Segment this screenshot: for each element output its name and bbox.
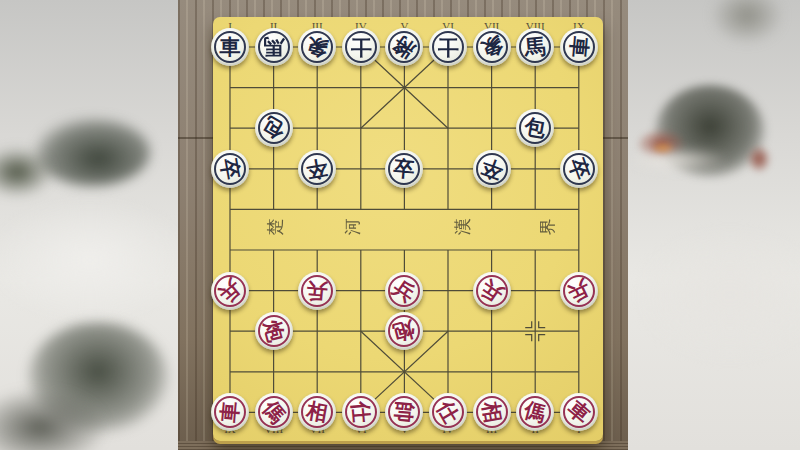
piece-red-soldier[interactable]: 兵	[560, 272, 598, 310]
piece-character: 士	[429, 28, 467, 66]
xiangqi-board[interactable]: IIIIIIIVVVIVIIVIIIIXIXVIIIVIIVIVIVIIIIII…	[213, 17, 603, 441]
piece-red-cannon[interactable]: 炮	[255, 312, 293, 350]
piece-character: 相	[470, 390, 514, 434]
mountain-silhouette	[35, 118, 150, 186]
piece-character: 卒	[295, 147, 339, 191]
piece-black-soldier[interactable]: 卒	[211, 150, 249, 188]
fog-patch	[630, 150, 725, 170]
piece-black-cannon[interactable]: 包	[516, 109, 554, 147]
piece-red-general[interactable]: 帥	[385, 393, 423, 431]
fog-patch	[640, 230, 800, 360]
piece-black-advisor[interactable]: 士	[342, 28, 380, 66]
piece-black-horse[interactable]: 馬	[255, 28, 293, 66]
piece-red-chariot[interactable]: 車	[560, 393, 598, 431]
piece-red-elephant[interactable]: 相	[298, 393, 336, 431]
piece-black-chariot[interactable]: 車	[560, 28, 598, 66]
piece-red-horse[interactable]: 傌	[516, 393, 554, 431]
piece-character: 仕	[340, 392, 381, 433]
piece-red-soldier[interactable]: 兵	[385, 272, 423, 310]
piece-red-soldier[interactable]: 兵	[473, 272, 511, 310]
piece-black-soldier[interactable]: 卒	[298, 150, 336, 188]
piece-black-soldier[interactable]: 卒	[473, 150, 511, 188]
piece-character: 馬	[255, 28, 293, 66]
piece-character: 兵	[297, 270, 338, 311]
river-inscription-char: 漢	[451, 219, 474, 236]
piece-character: 帥	[384, 392, 425, 433]
piece-red-chariot[interactable]: 車	[211, 393, 249, 431]
piece-character: 卒	[208, 147, 252, 191]
piece-character: 包	[513, 106, 557, 150]
tree-silhouette	[712, 0, 782, 43]
piece-black-elephant[interactable]: 象	[298, 28, 336, 66]
fog-patch	[0, 200, 190, 320]
piece-red-soldier[interactable]: 兵	[211, 272, 249, 310]
piece-red-soldier[interactable]: 兵	[298, 272, 336, 310]
piece-character: 車	[558, 26, 599, 67]
piece-black-chariot[interactable]: 車	[211, 28, 249, 66]
piece-black-cannon[interactable]: 包	[255, 109, 293, 147]
piece-red-advisor[interactable]: 仕	[429, 393, 467, 431]
piece-character: 相	[295, 390, 339, 434]
piece-red-elephant[interactable]: 相	[473, 393, 511, 431]
piece-red-horse[interactable]: 傌	[255, 393, 293, 431]
screenshot-stage: IIIIIIIVVVIVIIVIIIIXIXVIIIVIIVIVIVIIIIII…	[0, 0, 800, 450]
piece-black-advisor[interactable]: 士	[429, 28, 467, 66]
piece-black-soldier[interactable]: 卒	[385, 150, 423, 188]
table-grain-bottom	[178, 441, 628, 450]
piece-black-elephant[interactable]: 象	[473, 28, 511, 66]
piece-black-soldier[interactable]: 卒	[560, 150, 598, 188]
piece-character: 馬	[515, 26, 556, 67]
piece-character: 士	[342, 28, 380, 66]
piece-red-advisor[interactable]: 仕	[342, 393, 380, 431]
piece-character: 車	[209, 392, 250, 433]
river-inscription-char: 河	[341, 219, 364, 236]
river-inscription-char: 界	[536, 219, 559, 236]
piece-black-general[interactable]: 將	[385, 28, 423, 66]
piece-character: 卒	[384, 148, 425, 189]
piece-red-cannon[interactable]: 炮	[385, 312, 423, 350]
river-inscription-char: 楚	[264, 219, 287, 236]
pavilion-roof	[748, 146, 770, 172]
piece-black-horse[interactable]: 馬	[516, 28, 554, 66]
piece-character: 車	[211, 28, 249, 66]
